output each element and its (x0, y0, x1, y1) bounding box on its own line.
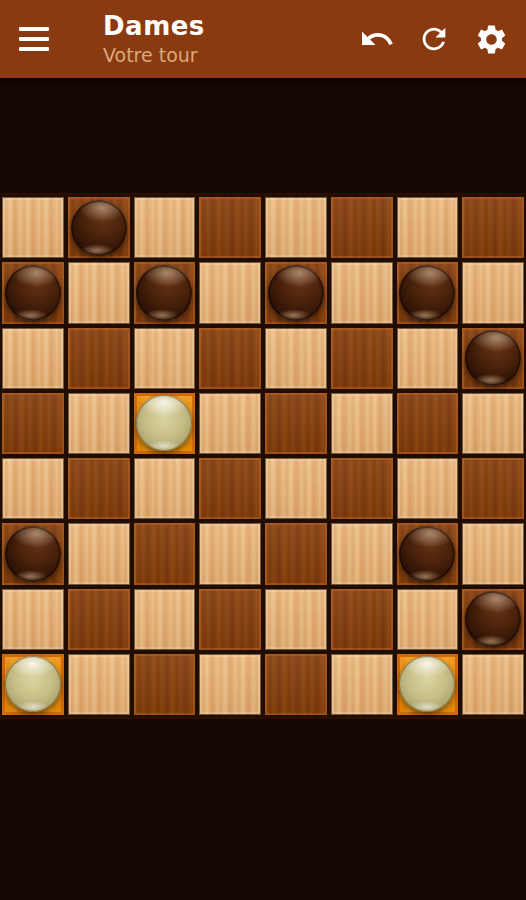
undo-arrow-glyph (359, 21, 395, 57)
light-piece-c5[interactable] (136, 395, 192, 451)
menu-icon[interactable] (19, 27, 49, 51)
dark-piece-a7[interactable] (5, 265, 61, 321)
square-g5[interactable] (395, 391, 461, 456)
square-b2[interactable] (66, 587, 132, 652)
settings-icon[interactable] (469, 17, 513, 61)
square-g1[interactable] (395, 652, 461, 717)
restart-icon[interactable] (412, 17, 456, 61)
square-g8[interactable] (395, 195, 461, 260)
square-d2[interactable] (197, 587, 263, 652)
square-h7[interactable] (460, 260, 526, 325)
square-c2[interactable] (132, 587, 198, 652)
square-e5[interactable] (263, 391, 329, 456)
app-screen: Dames Votre tour (0, 0, 526, 900)
square-h3[interactable] (460, 521, 526, 586)
square-f1[interactable] (329, 652, 395, 717)
square-a4[interactable] (0, 456, 66, 521)
square-a5[interactable] (0, 391, 66, 456)
light-piece-g1[interactable] (399, 656, 455, 712)
square-a7[interactable] (0, 260, 66, 325)
square-b3[interactable] (66, 521, 132, 586)
square-h5[interactable] (460, 391, 526, 456)
square-e1[interactable] (263, 652, 329, 717)
square-b4[interactable] (66, 456, 132, 521)
square-c6[interactable] (132, 326, 198, 391)
undo-icon[interactable] (355, 17, 399, 61)
square-e4[interactable] (263, 456, 329, 521)
square-b6[interactable] (66, 326, 132, 391)
gear-glyph (474, 22, 509, 57)
square-f6[interactable] (329, 326, 395, 391)
square-h2[interactable] (460, 587, 526, 652)
appbar-actions (355, 0, 526, 78)
square-d3[interactable] (197, 521, 263, 586)
square-g6[interactable] (395, 326, 461, 391)
app-title: Dames (103, 12, 205, 41)
square-c5[interactable] (132, 391, 198, 456)
square-a2[interactable] (0, 587, 66, 652)
turn-status: Votre tour (103, 45, 205, 66)
square-c4[interactable] (132, 456, 198, 521)
checkers-board (0, 193, 526, 719)
square-g2[interactable] (395, 587, 461, 652)
app-bar: Dames Votre tour (0, 0, 526, 78)
dark-piece-a3[interactable] (5, 526, 61, 582)
dark-piece-b8[interactable] (71, 200, 127, 256)
square-g3[interactable] (395, 521, 461, 586)
square-c3[interactable] (132, 521, 198, 586)
dark-piece-h2[interactable] (465, 591, 521, 647)
square-b5[interactable] (66, 391, 132, 456)
square-g4[interactable] (395, 456, 461, 521)
square-g7[interactable] (395, 260, 461, 325)
square-c1[interactable] (132, 652, 198, 717)
square-d5[interactable] (197, 391, 263, 456)
dark-piece-c7[interactable] (136, 265, 192, 321)
dark-piece-g7[interactable] (399, 265, 455, 321)
square-h6[interactable] (460, 326, 526, 391)
square-e8[interactable] (263, 195, 329, 260)
square-b1[interactable] (66, 652, 132, 717)
square-h1[interactable] (460, 652, 526, 717)
light-piece-a1[interactable] (5, 656, 61, 712)
square-a3[interactable] (0, 521, 66, 586)
square-c8[interactable] (132, 195, 198, 260)
square-a8[interactable] (0, 195, 66, 260)
square-d8[interactable] (197, 195, 263, 260)
square-c7[interactable] (132, 260, 198, 325)
square-d6[interactable] (197, 326, 263, 391)
square-h4[interactable] (460, 456, 526, 521)
square-h8[interactable] (460, 195, 526, 260)
square-f7[interactable] (329, 260, 395, 325)
dark-piece-e7[interactable] (268, 265, 324, 321)
square-f8[interactable] (329, 195, 395, 260)
restart-arrow-glyph (417, 22, 451, 56)
title-block: Dames Votre tour (103, 12, 205, 65)
square-d7[interactable] (197, 260, 263, 325)
square-a6[interactable] (0, 326, 66, 391)
square-a1[interactable] (0, 652, 66, 717)
square-f2[interactable] (329, 587, 395, 652)
square-f3[interactable] (329, 521, 395, 586)
square-d4[interactable] (197, 456, 263, 521)
dark-piece-h6[interactable] (465, 330, 521, 386)
square-b7[interactable] (66, 260, 132, 325)
square-f4[interactable] (329, 456, 395, 521)
square-b8[interactable] (66, 195, 132, 260)
square-f5[interactable] (329, 391, 395, 456)
square-e7[interactable] (263, 260, 329, 325)
square-d1[interactable] (197, 652, 263, 717)
dark-piece-g3[interactable] (399, 526, 455, 582)
square-e3[interactable] (263, 521, 329, 586)
square-e6[interactable] (263, 326, 329, 391)
square-e2[interactable] (263, 587, 329, 652)
